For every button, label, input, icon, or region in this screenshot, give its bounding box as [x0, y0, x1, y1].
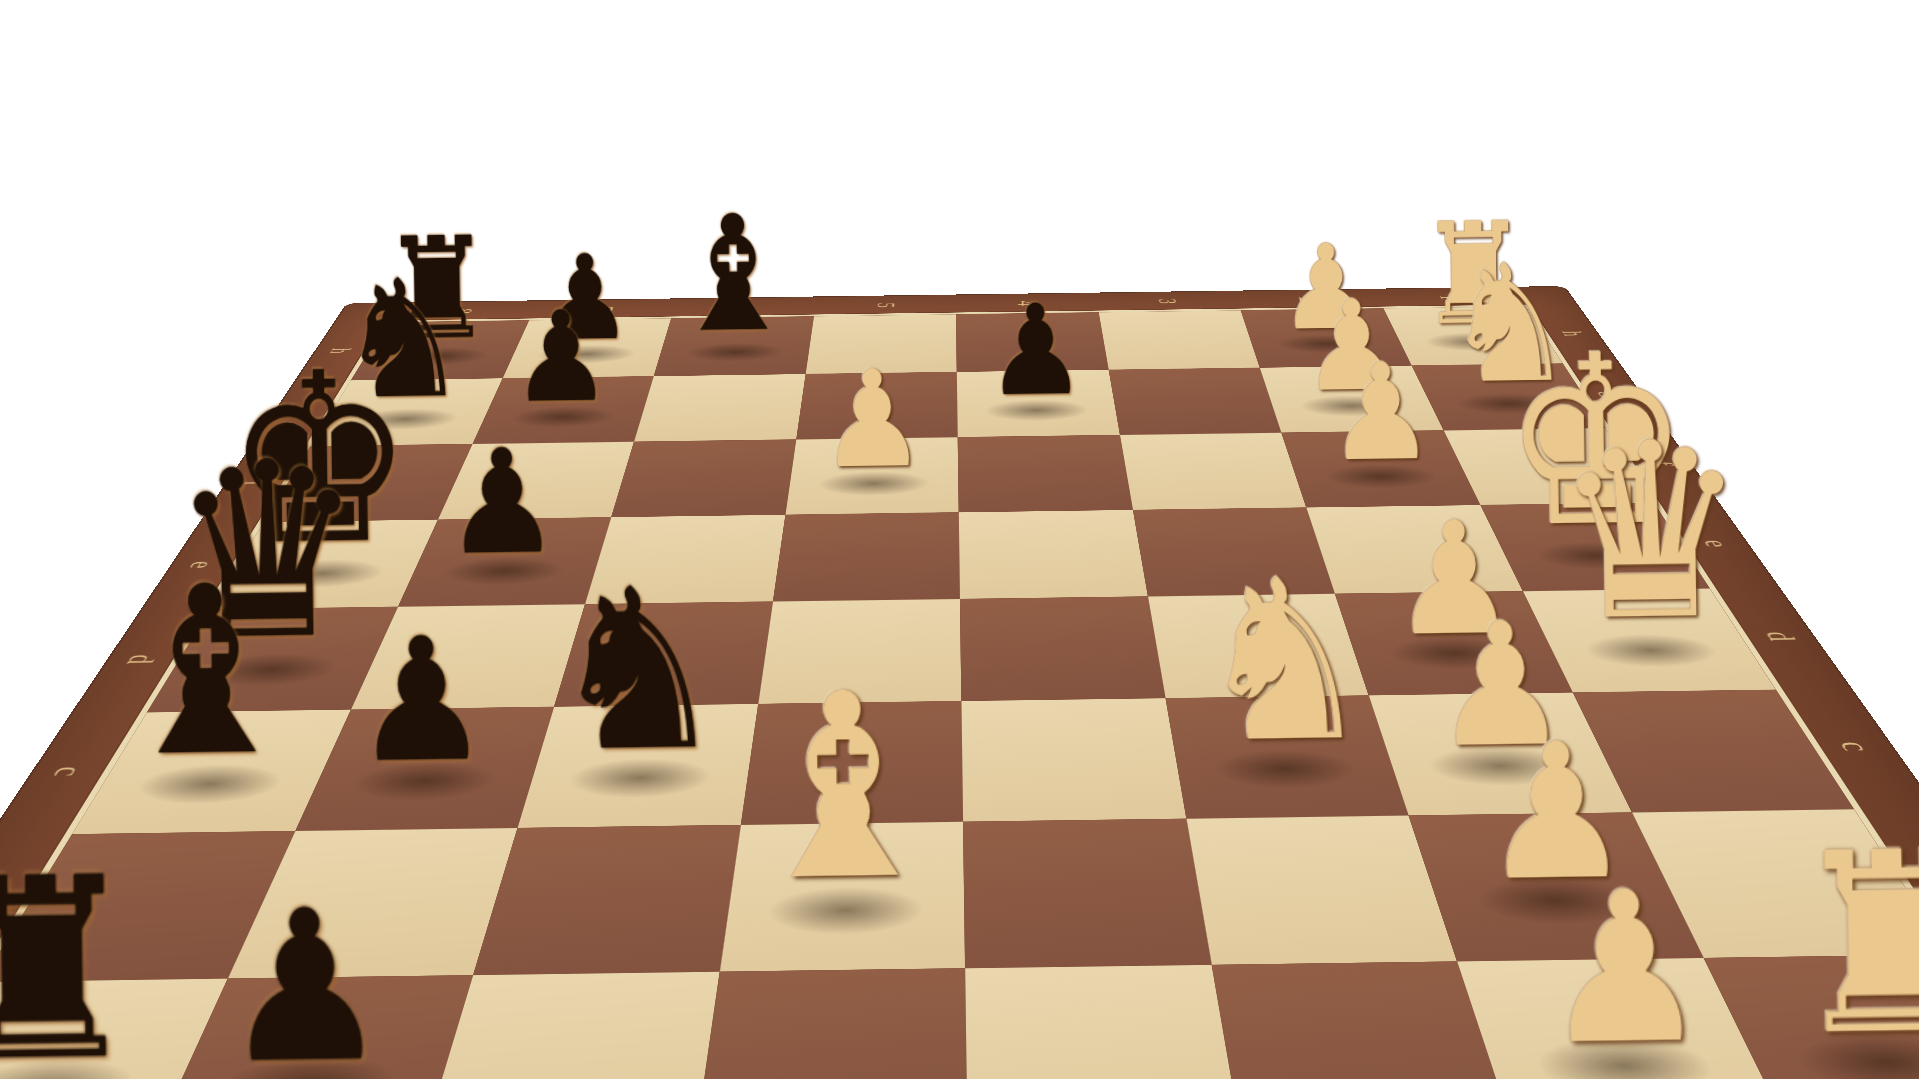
board-frame: 87654321 87654321 abcdefgh abcdefgh ♜♝♛♚… — [0, 286, 1919, 1079]
square-g6[interactable] — [634, 374, 805, 442]
back-label-4: 4 — [1002, 277, 1051, 330]
square-f6[interactable] — [611, 439, 796, 517]
black-b-glyph: ♝ — [111, 554, 300, 789]
square-b4[interactable] — [963, 819, 1211, 968]
black-p-glyph: ♟ — [352, 614, 491, 786]
square-a3[interactable] — [1211, 961, 1516, 1079]
square-e4[interactable] — [958, 510, 1147, 599]
left-label-h: h — [260, 341, 418, 361]
black-r-glyph: ♜ — [0, 843, 143, 1079]
back-label-5: 5 — [861, 279, 908, 333]
square-f3[interactable] — [1119, 432, 1306, 509]
square-c4[interactable] — [961, 698, 1185, 822]
black-p-glyph: ♟ — [221, 881, 390, 1079]
square-b6[interactable] — [473, 825, 740, 975]
white-p-glyph: ♟ — [818, 352, 927, 487]
square-f4[interactable] — [957, 435, 1132, 512]
black-p-glyph: ♟ — [443, 429, 560, 574]
black-n-glyph: ♞ — [547, 559, 727, 783]
square-e5[interactable] — [772, 512, 959, 601]
product-photo-scene: 87654321 87654321 abcdefgh abcdefgh ♜♝♛♚… — [0, 0, 1919, 1079]
square-a5[interactable] — [693, 968, 967, 1079]
white-p-glyph: ♟ — [1326, 344, 1435, 479]
white-n-glyph: ♞ — [1194, 550, 1374, 774]
white-p-glyph: ♟ — [1540, 862, 1709, 1072]
chessboard: 87654321 87654321 abcdefgh abcdefgh ♜♝♛♚… — [0, 286, 1919, 1079]
white-r-glyph: ♜ — [1786, 817, 1919, 1069]
white-b-glyph: ♝ — [740, 659, 948, 917]
square-d4[interactable] — [960, 596, 1165, 700]
square-a4[interactable] — [965, 964, 1242, 1079]
white-q-glyph: ♛ — [1552, 410, 1749, 655]
square-g3[interactable] — [1108, 367, 1281, 434]
right-label-h: h — [1493, 324, 1652, 344]
